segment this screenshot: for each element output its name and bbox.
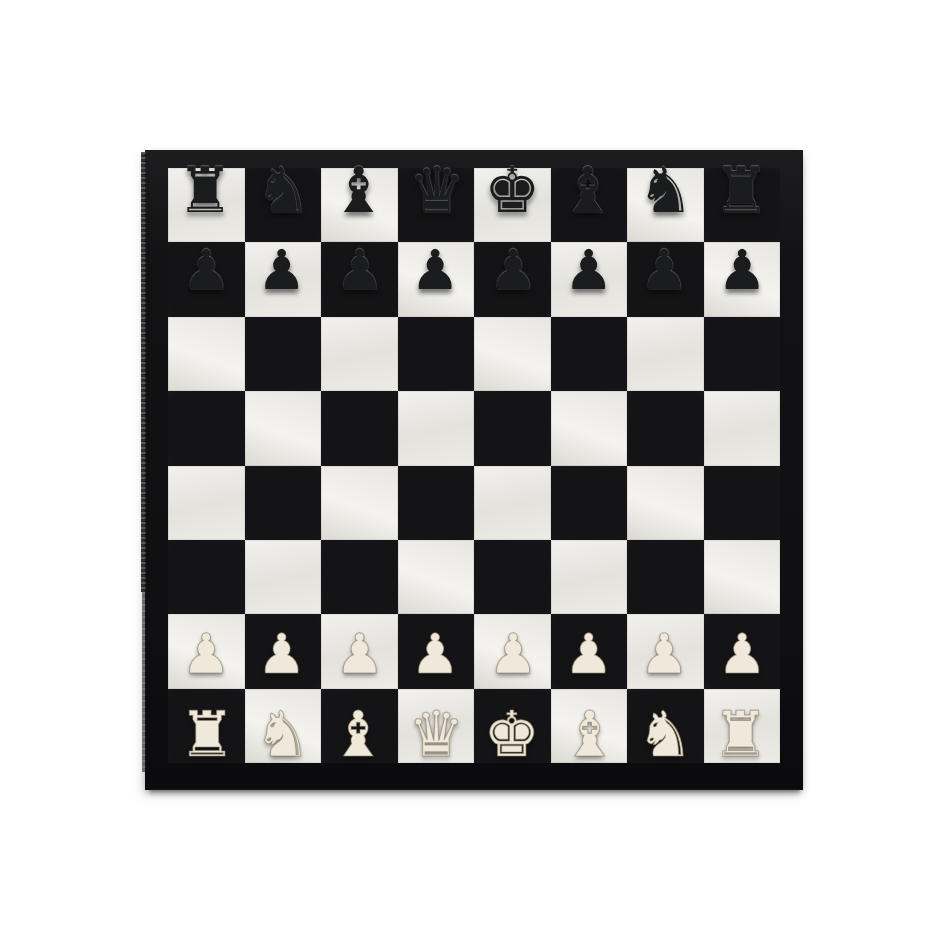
- square-d7[interactable]: ♟: [398, 242, 475, 316]
- piece-white-pawn[interactable]: ♟: [640, 627, 689, 682]
- square-g2[interactable]: ♟: [627, 614, 704, 688]
- square-g5[interactable]: [627, 391, 704, 465]
- square-e4[interactable]: [474, 466, 551, 540]
- piece-black-pawn[interactable]: ♟: [411, 243, 460, 298]
- piece-black-pawn[interactable]: ♟: [257, 243, 306, 298]
- square-f1[interactable]: ♝: [551, 689, 628, 763]
- square-h1[interactable]: ♜: [704, 689, 781, 763]
- square-e3[interactable]: [474, 540, 551, 614]
- piece-black-pawn[interactable]: ♟: [182, 243, 231, 298]
- chess-board: ♜♞♝♛♚♝♞♜♟♟♟♟♟♟♟♟♟♟♟♟♟♟♟♟♜♞♝♛♚♝♞♜: [145, 150, 803, 790]
- square-b1[interactable]: ♞: [245, 689, 322, 763]
- square-f2[interactable]: ♟: [551, 614, 628, 688]
- piece-white-pawn[interactable]: ♟: [564, 627, 613, 682]
- square-h3[interactable]: [704, 540, 781, 614]
- piece-black-bishop[interactable]: ♝: [331, 159, 387, 222]
- square-b3[interactable]: [245, 540, 322, 614]
- square-g7[interactable]: ♟: [627, 242, 704, 316]
- square-b2[interactable]: ♟: [245, 614, 322, 688]
- square-b7[interactable]: ♟: [245, 242, 322, 316]
- piece-white-pawn[interactable]: ♟: [718, 627, 767, 682]
- square-h5[interactable]: [704, 391, 781, 465]
- square-h4[interactable]: [704, 466, 781, 540]
- square-g6[interactable]: [627, 317, 704, 391]
- square-a3[interactable]: [168, 540, 245, 614]
- square-f4[interactable]: [551, 466, 628, 540]
- piece-black-knight[interactable]: ♞: [638, 159, 694, 222]
- square-g4[interactable]: [627, 466, 704, 540]
- piece-black-pawn[interactable]: ♟: [564, 243, 613, 298]
- square-f6[interactable]: [551, 317, 628, 391]
- board-drop-shadow: [150, 789, 800, 796]
- square-c3[interactable]: [321, 540, 398, 614]
- piece-black-bishop[interactable]: ♝: [560, 159, 616, 222]
- square-c4[interactable]: [321, 466, 398, 540]
- square-d6[interactable]: [398, 317, 475, 391]
- square-f8[interactable]: ♝: [551, 168, 628, 242]
- square-c2[interactable]: ♟: [321, 614, 398, 688]
- piece-white-pawn[interactable]: ♟: [182, 627, 231, 682]
- square-a8[interactable]: ♜: [168, 168, 245, 242]
- square-d1[interactable]: ♛: [398, 689, 475, 763]
- square-a4[interactable]: [168, 466, 245, 540]
- piece-white-queen[interactable]: ♛: [408, 703, 464, 766]
- square-e1[interactable]: ♚: [474, 689, 551, 763]
- square-b6[interactable]: [245, 317, 322, 391]
- square-f3[interactable]: [551, 540, 628, 614]
- square-b5[interactable]: [245, 391, 322, 465]
- piece-white-pawn[interactable]: ♟: [335, 627, 384, 682]
- square-d5[interactable]: [398, 391, 475, 465]
- square-c8[interactable]: ♝: [321, 168, 398, 242]
- piece-black-pawn[interactable]: ♟: [489, 243, 538, 298]
- square-c5[interactable]: [321, 391, 398, 465]
- square-a6[interactable]: [168, 317, 245, 391]
- piece-black-pawn[interactable]: ♟: [335, 243, 384, 298]
- square-e2[interactable]: ♟: [474, 614, 551, 688]
- square-d8[interactable]: ♛: [398, 168, 475, 242]
- piece-black-knight[interactable]: ♞: [255, 159, 311, 222]
- square-f7[interactable]: ♟: [551, 242, 628, 316]
- piece-white-king[interactable]: ♚: [484, 703, 540, 766]
- piece-white-bishop[interactable]: ♝: [330, 703, 386, 766]
- square-e6[interactable]: [474, 317, 551, 391]
- square-h8[interactable]: ♜: [704, 168, 781, 242]
- square-e7[interactable]: ♟: [474, 242, 551, 316]
- piece-white-pawn[interactable]: ♟: [489, 627, 538, 682]
- square-h6[interactable]: [704, 317, 781, 391]
- square-a2[interactable]: ♟: [168, 614, 245, 688]
- square-d4[interactable]: [398, 466, 475, 540]
- piece-white-rook[interactable]: ♜: [179, 703, 235, 766]
- piece-white-pawn[interactable]: ♟: [411, 627, 460, 682]
- square-a7[interactable]: ♟: [168, 242, 245, 316]
- piece-white-pawn[interactable]: ♟: [257, 627, 306, 682]
- square-c6[interactable]: [321, 317, 398, 391]
- board-chiseled-edge-lower: [142, 592, 146, 772]
- board-chiseled-edge: [141, 152, 146, 592]
- piece-black-rook[interactable]: ♜: [177, 159, 233, 222]
- piece-black-rook[interactable]: ♜: [713, 159, 769, 222]
- board-grid: ♜♞♝♛♚♝♞♜♟♟♟♟♟♟♟♟♟♟♟♟♟♟♟♟♜♞♝♛♚♝♞♜: [168, 168, 780, 763]
- square-g3[interactable]: [627, 540, 704, 614]
- square-d2[interactable]: ♟: [398, 614, 475, 688]
- piece-black-king[interactable]: ♚: [484, 159, 540, 222]
- piece-black-pawn[interactable]: ♟: [718, 243, 767, 298]
- piece-white-rook[interactable]: ♜: [713, 703, 769, 766]
- square-g8[interactable]: ♞: [627, 168, 704, 242]
- square-c7[interactable]: ♟: [321, 242, 398, 316]
- piece-white-bishop[interactable]: ♝: [562, 703, 618, 766]
- square-b8[interactable]: ♞: [245, 168, 322, 242]
- piece-white-knight[interactable]: ♞: [637, 703, 693, 766]
- square-g1[interactable]: ♞: [627, 689, 704, 763]
- piece-black-queen[interactable]: ♛: [409, 159, 465, 222]
- square-c1[interactable]: ♝: [321, 689, 398, 763]
- square-f5[interactable]: [551, 391, 628, 465]
- square-h2[interactable]: ♟: [704, 614, 781, 688]
- square-a1[interactable]: ♜: [168, 689, 245, 763]
- square-e8[interactable]: ♚: [474, 168, 551, 242]
- piece-white-knight[interactable]: ♞: [255, 703, 311, 766]
- piece-black-pawn[interactable]: ♟: [640, 243, 689, 298]
- square-d3[interactable]: [398, 540, 475, 614]
- square-h7[interactable]: ♟: [704, 242, 781, 316]
- square-a5[interactable]: [168, 391, 245, 465]
- square-e5[interactable]: [474, 391, 551, 465]
- square-b4[interactable]: [245, 466, 322, 540]
